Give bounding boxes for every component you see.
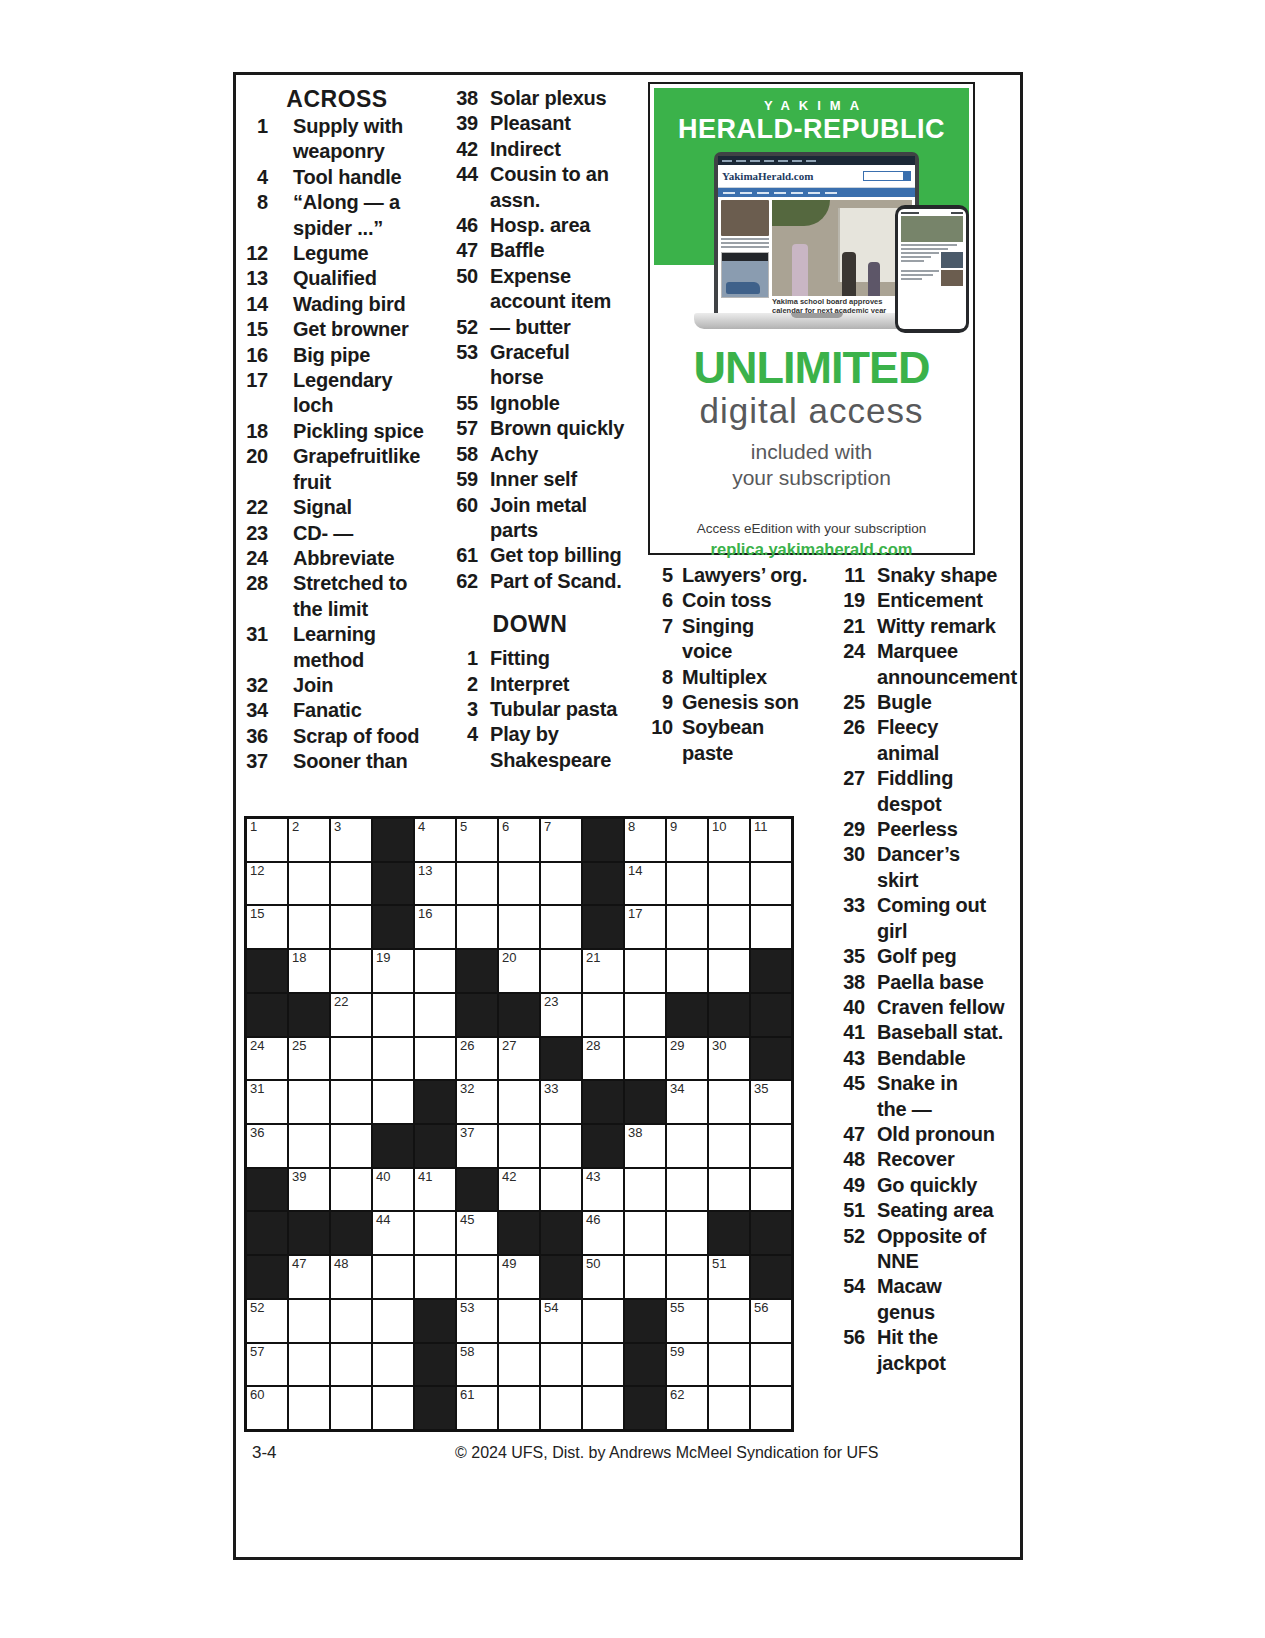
cell-r13c1[interactable]: 57 bbox=[247, 1344, 287, 1386]
cell-r7c12[interactable] bbox=[709, 1081, 749, 1123]
clue-text: Seating area bbox=[877, 1198, 994, 1223]
cell-r8c8[interactable] bbox=[541, 1125, 581, 1167]
car-advert-header bbox=[722, 253, 768, 261]
cell-number-29: 29 bbox=[670, 1038, 684, 1054]
cell-r7c6[interactable]: 32 bbox=[457, 1081, 497, 1123]
cell-r9c9[interactable]: 43 bbox=[583, 1169, 623, 1211]
clue-number: 32 bbox=[238, 673, 268, 698]
cell-r11c2[interactable]: 47 bbox=[289, 1256, 329, 1298]
website-masthead: YakimaHerald.com bbox=[718, 165, 915, 188]
cell-r8c11[interactable] bbox=[667, 1125, 707, 1167]
black-cell-r8c5 bbox=[415, 1125, 455, 1167]
clue-text: Signal bbox=[293, 495, 352, 520]
cell-r10c6[interactable]: 45 bbox=[457, 1212, 497, 1254]
clue-number: 18 bbox=[238, 419, 268, 444]
clue-number: 9 bbox=[625, 690, 673, 715]
search-icon bbox=[903, 172, 910, 180]
cell-number-5: 5 bbox=[460, 819, 467, 835]
clue-26: 26Fleecyanimal bbox=[817, 715, 1017, 766]
cell-number-28: 28 bbox=[586, 1038, 600, 1054]
cell-number-54: 54 bbox=[544, 1300, 558, 1316]
clue-number: 39 bbox=[430, 111, 478, 136]
clue-38: 38Solar plexus bbox=[430, 86, 630, 111]
clue-number: 3 bbox=[430, 697, 478, 722]
cell-r10c4[interactable]: 44 bbox=[373, 1212, 413, 1254]
clue-text: Baseball stat. bbox=[877, 1020, 1003, 1045]
clue-38: 38Paella base bbox=[817, 970, 1017, 995]
cell-r13c11[interactable]: 59 bbox=[667, 1344, 707, 1386]
cell-r6c2[interactable]: 25 bbox=[289, 1038, 329, 1080]
cell-r2c8[interactable] bbox=[541, 863, 581, 905]
cell-number-25: 25 bbox=[292, 1038, 306, 1054]
down-header: DOWN bbox=[430, 609, 630, 639]
clue-53: 53Gracefulhorse bbox=[430, 340, 630, 391]
cell-r13c12[interactable] bbox=[709, 1344, 749, 1386]
clue-text: Bendable bbox=[877, 1046, 965, 1071]
clue-30: 30Dancer’sskirt bbox=[817, 842, 1017, 893]
cell-r3c8[interactable] bbox=[541, 906, 581, 948]
phone-thumb-photo bbox=[941, 252, 963, 268]
cell-r1c2[interactable]: 2 bbox=[289, 819, 329, 861]
cell-r13c6[interactable]: 58 bbox=[457, 1344, 497, 1386]
clue-59: 59Inner self bbox=[430, 467, 630, 492]
clue-8: 8“Along — aspider ...” bbox=[238, 190, 436, 241]
cell-r8c13[interactable] bbox=[751, 1125, 791, 1167]
clue-number: 56 bbox=[817, 1325, 865, 1350]
clue-number: 40 bbox=[817, 995, 865, 1020]
cell-r6c3[interactable] bbox=[331, 1038, 371, 1080]
cell-r1c7[interactable]: 6 bbox=[499, 819, 539, 861]
subscription-ad[interactable]: YAKIMA HERALD-REPUBLIC YakimaHerald.com bbox=[648, 82, 975, 555]
clue-text: Brown quickly bbox=[490, 416, 624, 441]
clue-number: 55 bbox=[430, 391, 478, 416]
black-cell-r5c1 bbox=[247, 994, 287, 1036]
cell-r2c11[interactable] bbox=[667, 863, 707, 905]
cell-r9c12[interactable] bbox=[709, 1169, 749, 1211]
cell-number-42: 42 bbox=[502, 1169, 516, 1185]
clue-number: 25 bbox=[817, 690, 865, 715]
cell-r2c13[interactable] bbox=[751, 863, 791, 905]
cell-r4c5[interactable] bbox=[415, 950, 455, 992]
eedition-access-note: Access eEdition with your subscription bbox=[650, 521, 973, 536]
cell-r5c10[interactable] bbox=[625, 994, 665, 1036]
clue-text: Join bbox=[293, 673, 333, 698]
down-clues-column-3: 11Snaky shape19Enticement21Witty remark2… bbox=[817, 563, 1017, 1376]
cell-r11c11[interactable] bbox=[667, 1256, 707, 1298]
laptop-notch bbox=[791, 313, 843, 318]
clue-50: 50Expenseaccount item bbox=[430, 264, 630, 315]
clue-text: Fleecyanimal bbox=[877, 715, 939, 766]
cell-r10c10[interactable] bbox=[625, 1212, 665, 1254]
clue-9: 9Genesis son bbox=[625, 690, 815, 715]
clue-text: Lawyers’ org. bbox=[682, 563, 807, 588]
cell-r3c6[interactable] bbox=[457, 906, 497, 948]
cell-r1c12[interactable]: 10 bbox=[709, 819, 749, 861]
cell-r7c2[interactable] bbox=[289, 1081, 329, 1123]
clue-4: 4Tool handle bbox=[238, 165, 436, 190]
cell-r12c2[interactable] bbox=[289, 1300, 329, 1342]
cell-r2c3[interactable] bbox=[331, 863, 371, 905]
clue-text: Big pipe bbox=[293, 343, 370, 368]
cell-r12c7[interactable] bbox=[499, 1300, 539, 1342]
cell-number-23: 23 bbox=[544, 994, 558, 1010]
clue-5: 5Lawyers’ org. bbox=[625, 563, 815, 588]
clue-number: 49 bbox=[817, 1173, 865, 1198]
caption-line bbox=[721, 242, 769, 244]
across-clues-column-2: 38Solar plexus39Pleasant42Indirect44Cous… bbox=[430, 86, 630, 773]
clue-text: Fanatic bbox=[293, 698, 362, 723]
clue-text: Macawgenus bbox=[877, 1274, 942, 1325]
cell-r4c7[interactable]: 20 bbox=[499, 950, 539, 992]
cell-r11c10[interactable] bbox=[625, 1256, 665, 1298]
cell-number-36: 36 bbox=[250, 1125, 264, 1141]
cell-r9c11[interactable] bbox=[667, 1169, 707, 1211]
cell-r3c10[interactable]: 17 bbox=[625, 906, 665, 948]
black-cell-r10c7 bbox=[499, 1212, 539, 1254]
cell-number-53: 53 bbox=[460, 1300, 474, 1316]
clue-47: 47Baffle bbox=[430, 238, 630, 263]
black-cell-r5c7 bbox=[499, 994, 539, 1036]
cell-r1c5[interactable]: 4 bbox=[415, 819, 455, 861]
cell-r8c6[interactable]: 37 bbox=[457, 1125, 497, 1167]
clue-text: Go quickly bbox=[877, 1173, 977, 1198]
cell-r3c2[interactable] bbox=[289, 906, 329, 948]
cell-r11c9[interactable]: 50 bbox=[583, 1256, 623, 1298]
cell-r14c9[interactable] bbox=[583, 1387, 623, 1429]
clue-text: Inner self bbox=[490, 467, 577, 492]
clue-number: 48 bbox=[817, 1147, 865, 1172]
cell-r11c7[interactable]: 49 bbox=[499, 1256, 539, 1298]
cell-r3c11[interactable] bbox=[667, 906, 707, 948]
cell-r8c12[interactable] bbox=[709, 1125, 749, 1167]
black-cell-r13c10 bbox=[625, 1344, 665, 1386]
clue-62: 62Part of Scand. bbox=[430, 569, 630, 594]
cell-r10c11[interactable] bbox=[667, 1212, 707, 1254]
clue-number: 60 bbox=[430, 493, 478, 518]
cell-number-37: 37 bbox=[460, 1125, 474, 1141]
caption-line bbox=[721, 238, 769, 240]
cell-r7c4[interactable] bbox=[373, 1081, 413, 1123]
cell-r1c10[interactable]: 8 bbox=[625, 819, 665, 861]
clue-48: 48Recover bbox=[817, 1147, 1017, 1172]
cell-r14c7[interactable] bbox=[499, 1387, 539, 1429]
cell-r2c2[interactable] bbox=[289, 863, 329, 905]
clue-text: Sooner than bbox=[293, 749, 407, 774]
copyright-line: © 2024 UFS, Dist. by Andrews McMeel Synd… bbox=[455, 1444, 879, 1462]
crossword-puzzle-page: ACROSS 1Supply withweaponry4Tool handle8… bbox=[0, 0, 1265, 1638]
cell-r7c13[interactable]: 35 bbox=[751, 1081, 791, 1123]
cell-r6c4[interactable] bbox=[373, 1038, 413, 1080]
website-masthead-title: YakimaHerald.com bbox=[722, 170, 813, 182]
cell-r7c3[interactable] bbox=[331, 1081, 371, 1123]
clue-text: Get top billing bbox=[490, 543, 621, 568]
black-cell-r7c5 bbox=[415, 1081, 455, 1123]
clue-text: Interpret bbox=[490, 672, 569, 697]
cell-r14c8[interactable] bbox=[541, 1387, 581, 1429]
cell-r12c11[interactable]: 55 bbox=[667, 1300, 707, 1342]
cell-r13c9[interactable] bbox=[583, 1344, 623, 1386]
black-cell-r3c4 bbox=[373, 906, 413, 948]
cell-r11c12[interactable]: 51 bbox=[709, 1256, 749, 1298]
clue-text: Pickling spice bbox=[293, 419, 424, 444]
tagline-line-1: included with bbox=[650, 439, 973, 465]
clue-27: 27Fiddlingdespot bbox=[817, 766, 1017, 817]
crossword-grid[interactable]: 1234567891011121314151617181920212223242… bbox=[244, 816, 794, 1432]
cell-r12c1[interactable]: 52 bbox=[247, 1300, 287, 1342]
cell-number-34: 34 bbox=[670, 1081, 684, 1097]
clue-number: 2 bbox=[430, 672, 478, 697]
clue-49: 49Go quickly bbox=[817, 1173, 1017, 1198]
clue-number: 12 bbox=[238, 241, 268, 266]
browser-menu-bar bbox=[718, 156, 915, 165]
cell-r7c8[interactable]: 33 bbox=[541, 1081, 581, 1123]
cell-r4c10[interactable] bbox=[625, 950, 665, 992]
cell-r11c6[interactable] bbox=[457, 1256, 497, 1298]
down-clue-list-2: 5Lawyers’ org.6Coin toss7Singingvoice8Mu… bbox=[625, 563, 815, 766]
cell-r12c3[interactable] bbox=[331, 1300, 371, 1342]
clue-text: Solar plexus bbox=[490, 86, 607, 111]
clue-number: 1 bbox=[430, 646, 478, 671]
ad-herald-republic-label: HERALD-REPUBLIC bbox=[654, 114, 969, 145]
clue-1: 1Fitting bbox=[430, 646, 630, 671]
cell-r13c8[interactable] bbox=[541, 1344, 581, 1386]
clue-text: Opposite ofNNE bbox=[877, 1224, 986, 1275]
cell-number-27: 27 bbox=[502, 1038, 516, 1054]
cell-r13c2[interactable] bbox=[289, 1344, 329, 1386]
clue-number: 24 bbox=[238, 546, 268, 571]
cell-r1c3[interactable]: 3 bbox=[331, 819, 371, 861]
cell-r4c9[interactable]: 21 bbox=[583, 950, 623, 992]
cell-r14c4[interactable] bbox=[373, 1387, 413, 1429]
cell-r6c9[interactable]: 28 bbox=[583, 1038, 623, 1080]
clue-text: Wading bird bbox=[293, 292, 406, 317]
clue-text: — butter bbox=[490, 315, 571, 340]
clue-number: 13 bbox=[238, 266, 268, 291]
cell-r3c5[interactable]: 16 bbox=[415, 906, 455, 948]
clue-text: Supply withweaponry bbox=[293, 114, 403, 165]
cell-r13c13[interactable] bbox=[751, 1344, 791, 1386]
cell-r9c13[interactable] bbox=[751, 1169, 791, 1211]
black-cell-r5c2 bbox=[289, 994, 329, 1036]
clue-text: Achy bbox=[490, 442, 538, 467]
clue-52: 52Opposite ofNNE bbox=[817, 1224, 1017, 1275]
cell-r9c8[interactable] bbox=[541, 1169, 581, 1211]
cell-number-50: 50 bbox=[586, 1256, 600, 1272]
cell-r4c12[interactable] bbox=[709, 950, 749, 992]
black-cell-r10c12 bbox=[709, 1212, 749, 1254]
cell-r6c11[interactable]: 29 bbox=[667, 1038, 707, 1080]
black-cell-r8c4 bbox=[373, 1125, 413, 1167]
cell-r5c9[interactable] bbox=[583, 994, 623, 1036]
black-cell-r4c6 bbox=[457, 950, 497, 992]
clue-text: Hosp. area bbox=[490, 213, 590, 238]
cell-r3c12[interactable] bbox=[709, 906, 749, 948]
cell-r14c2[interactable] bbox=[289, 1387, 329, 1429]
phone-mockup bbox=[895, 205, 969, 333]
cell-r14c13[interactable] bbox=[751, 1387, 791, 1429]
website-left-column bbox=[721, 200, 769, 313]
cell-r5c4[interactable] bbox=[373, 994, 413, 1036]
across-clue-list-1: 1Supply withweaponry4Tool handle8“Along … bbox=[238, 114, 436, 775]
cell-r1c11[interactable]: 9 bbox=[667, 819, 707, 861]
person-figure bbox=[842, 252, 856, 296]
cell-number-26: 26 bbox=[460, 1038, 474, 1054]
cell-r1c13[interactable]: 11 bbox=[751, 819, 791, 861]
black-cell-r6c13 bbox=[751, 1038, 791, 1080]
cell-r7c1[interactable]: 31 bbox=[247, 1081, 287, 1123]
cell-r3c1[interactable]: 15 bbox=[247, 906, 287, 948]
cell-r13c7[interactable] bbox=[499, 1344, 539, 1386]
cell-number-20: 20 bbox=[502, 950, 516, 966]
clue-number: 46 bbox=[430, 213, 478, 238]
cell-number-15: 15 bbox=[250, 906, 264, 922]
cell-r14c3[interactable] bbox=[331, 1387, 371, 1429]
clue-41: 41Baseball stat. bbox=[817, 1020, 1017, 1045]
cell-r6c10[interactable] bbox=[625, 1038, 665, 1080]
cell-r14c12[interactable] bbox=[709, 1387, 749, 1429]
cell-r5c3[interactable]: 22 bbox=[331, 994, 371, 1036]
clue-number: 59 bbox=[430, 467, 478, 492]
cell-r9c2[interactable]: 39 bbox=[289, 1169, 329, 1211]
cell-r3c7[interactable] bbox=[499, 906, 539, 948]
clue-24: 24Abbreviate bbox=[238, 546, 436, 571]
cell-r8c2[interactable] bbox=[289, 1125, 329, 1167]
cell-number-39: 39 bbox=[292, 1169, 306, 1185]
clue-1: 1Supply withweaponry bbox=[238, 114, 436, 165]
clue-11: 11Snaky shape bbox=[817, 563, 1017, 588]
cell-r4c3[interactable] bbox=[331, 950, 371, 992]
cell-r10c5[interactable] bbox=[415, 1212, 455, 1254]
cell-r8c10[interactable]: 38 bbox=[625, 1125, 665, 1167]
cell-r6c5[interactable] bbox=[415, 1038, 455, 1080]
cell-r7c11[interactable]: 34 bbox=[667, 1081, 707, 1123]
clue-58: 58Achy bbox=[430, 442, 630, 467]
clue-text: Ignoble bbox=[490, 391, 560, 416]
cell-r12c12[interactable] bbox=[709, 1300, 749, 1342]
black-cell-r14c10 bbox=[625, 1387, 665, 1429]
cell-r2c6[interactable] bbox=[457, 863, 497, 905]
cell-r4c4[interactable]: 19 bbox=[373, 950, 413, 992]
clue-57: 57Brown quickly bbox=[430, 416, 630, 441]
cell-number-51: 51 bbox=[712, 1256, 726, 1272]
clue-13: 13Qualified bbox=[238, 266, 436, 291]
bus-news-photo bbox=[772, 200, 912, 296]
cell-r2c12[interactable] bbox=[709, 863, 749, 905]
cell-r9c3[interactable] bbox=[331, 1169, 371, 1211]
black-cell-r10c2 bbox=[289, 1212, 329, 1254]
cell-r8c7[interactable] bbox=[499, 1125, 539, 1167]
cell-r14c6[interactable]: 61 bbox=[457, 1387, 497, 1429]
cell-r14c1[interactable]: 60 bbox=[247, 1387, 287, 1429]
clue-text: Grapefruitlikefruit bbox=[293, 444, 420, 495]
clue-text: Golf peg bbox=[877, 944, 957, 969]
cell-r2c1[interactable]: 12 bbox=[247, 863, 287, 905]
clue-number: 31 bbox=[238, 622, 268, 647]
cell-r12c6[interactable]: 53 bbox=[457, 1300, 497, 1342]
clue-text: Tubular pasta bbox=[490, 697, 617, 722]
car-advert-image bbox=[722, 261, 768, 297]
tagline-line-2: your subscription bbox=[650, 465, 973, 491]
clue-17: 17Legendaryloch bbox=[238, 368, 436, 419]
cell-r9c4[interactable]: 40 bbox=[373, 1169, 413, 1211]
cell-r4c11[interactable] bbox=[667, 950, 707, 992]
cell-r1c1[interactable]: 1 bbox=[247, 819, 287, 861]
cell-r12c4[interactable] bbox=[373, 1300, 413, 1342]
cell-r4c2[interactable]: 18 bbox=[289, 950, 329, 992]
cell-r9c7[interactable]: 42 bbox=[499, 1169, 539, 1211]
cell-r6c1[interactable]: 24 bbox=[247, 1038, 287, 1080]
black-cell-r12c10 bbox=[625, 1300, 665, 1342]
cell-r13c4[interactable] bbox=[373, 1344, 413, 1386]
cell-number-41: 41 bbox=[418, 1169, 432, 1185]
cell-r14c11[interactable]: 62 bbox=[667, 1387, 707, 1429]
black-cell-r10c1 bbox=[247, 1212, 287, 1254]
cell-r1c6[interactable]: 5 bbox=[457, 819, 497, 861]
cell-number-19: 19 bbox=[376, 950, 390, 966]
clue-number: 20 bbox=[238, 444, 268, 469]
cell-r2c10[interactable]: 14 bbox=[625, 863, 665, 905]
cell-r8c1[interactable]: 36 bbox=[247, 1125, 287, 1167]
cell-r2c5[interactable]: 13 bbox=[415, 863, 455, 905]
cell-r12c9[interactable] bbox=[583, 1300, 623, 1342]
cell-r6c6[interactable]: 26 bbox=[457, 1038, 497, 1080]
cell-r5c8[interactable]: 23 bbox=[541, 994, 581, 1036]
cell-r2c7[interactable] bbox=[499, 863, 539, 905]
cell-r11c3[interactable]: 48 bbox=[331, 1256, 371, 1298]
cell-r6c7[interactable]: 27 bbox=[499, 1038, 539, 1080]
cell-number-7: 7 bbox=[544, 819, 551, 835]
clue-text: Craven fellow bbox=[877, 995, 1004, 1020]
cell-r11c5[interactable] bbox=[415, 1256, 455, 1298]
cell-r9c5[interactable]: 41 bbox=[415, 1169, 455, 1211]
clue-number: 51 bbox=[817, 1198, 865, 1223]
cell-r7c7[interactable] bbox=[499, 1081, 539, 1123]
tree-foliage-shape bbox=[772, 200, 830, 226]
cell-r11c4[interactable] bbox=[373, 1256, 413, 1298]
cell-r6c12[interactable]: 30 bbox=[709, 1038, 749, 1080]
cell-r5c5[interactable] bbox=[415, 994, 455, 1036]
black-cell-r6c8 bbox=[541, 1038, 581, 1080]
cell-number-33: 33 bbox=[544, 1081, 558, 1097]
clue-text: Coming outgirl bbox=[877, 893, 986, 944]
cell-r10c9[interactable]: 46 bbox=[583, 1212, 623, 1254]
clue-3: 3Tubular pasta bbox=[430, 697, 630, 722]
clue-22: 22Signal bbox=[238, 495, 436, 520]
cell-r12c13[interactable]: 56 bbox=[751, 1300, 791, 1342]
cell-r4c8[interactable] bbox=[541, 950, 581, 992]
cell-r13c3[interactable] bbox=[331, 1344, 371, 1386]
clue-number: 52 bbox=[430, 315, 478, 340]
cell-r8c3[interactable] bbox=[331, 1125, 371, 1167]
puzzle-date-code: 3-4 bbox=[252, 1443, 277, 1463]
clue-6: 6Coin toss bbox=[625, 588, 815, 613]
clue-number: 44 bbox=[430, 162, 478, 187]
cell-number-56: 56 bbox=[754, 1300, 768, 1316]
replica-url-link[interactable]: replica.yakimaherald.com bbox=[650, 540, 973, 559]
clue-number: 33 bbox=[817, 893, 865, 918]
cell-r1c8[interactable]: 7 bbox=[541, 819, 581, 861]
black-cell-r5c12 bbox=[709, 994, 749, 1036]
cell-r3c13[interactable] bbox=[751, 906, 791, 948]
cell-r12c8[interactable]: 54 bbox=[541, 1300, 581, 1342]
clue-text: Fitting bbox=[490, 646, 550, 671]
cell-r3c3[interactable] bbox=[331, 906, 371, 948]
laptop-mockup: YakimaHerald.com bbox=[714, 152, 919, 313]
laptop-screen: YakimaHerald.com bbox=[718, 156, 915, 313]
cell-r9c10[interactable] bbox=[625, 1169, 665, 1211]
clue-text: “Along — aspider ...” bbox=[293, 190, 400, 241]
clue-text: Pleasant bbox=[490, 111, 571, 136]
